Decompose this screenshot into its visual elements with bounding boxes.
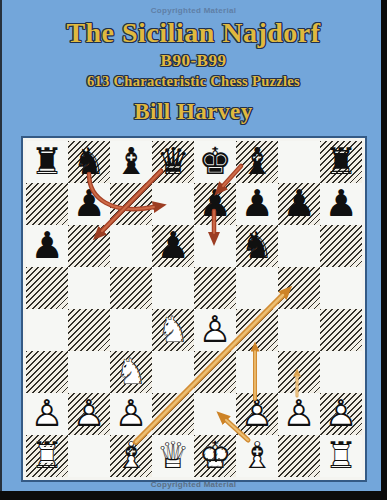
white-pawn: ♟♙ [236, 393, 278, 435]
watermark-top: Copyrighted Material [0, 6, 387, 15]
white-pawn: ♟♙ [194, 309, 236, 351]
black-pawn: ♟ [68, 183, 110, 225]
square-d2 [152, 393, 194, 435]
square-d3 [152, 351, 194, 393]
square-f3 [236, 351, 278, 393]
white-queen: ♛♕ [152, 435, 194, 477]
black-pawn: ♟ [320, 183, 362, 225]
square-h1: ♜♖ [320, 435, 362, 477]
square-g5 [278, 267, 320, 309]
square-e8: ♚ [194, 141, 236, 183]
square-f6: ♞ [236, 225, 278, 267]
black-bishop: ♝ [236, 141, 278, 183]
eco-range: B90-B99 [0, 51, 387, 71]
white-rook: ♜♖ [320, 435, 362, 477]
square-f5 [236, 267, 278, 309]
square-b6 [68, 225, 110, 267]
square-e5 [194, 267, 236, 309]
square-b5 [68, 267, 110, 309]
square-g1 [278, 435, 320, 477]
square-h4 [320, 309, 362, 351]
square-e4: ♟♙ [194, 309, 236, 351]
square-b2: ♟♙ [68, 393, 110, 435]
square-d6: ♟ [152, 225, 194, 267]
square-a3 [26, 351, 68, 393]
board-grid: ♜♞♝♛♚♝♜♟♟♟♟♟♟♟♞♞♘♟♙♞♘♟♙♟♙♟♙♟♙♟♙♟♙♜♖♝♗♛♕♚… [26, 141, 362, 477]
square-b8: ♞ [68, 141, 110, 183]
black-rook: ♜ [26, 141, 68, 183]
tagline: 613 Characteristic Chess Puzzles [0, 73, 387, 90]
white-bishop: ♝♗ [236, 435, 278, 477]
square-f8: ♝ [236, 141, 278, 183]
white-bishop: ♝♗ [110, 435, 152, 477]
square-c4 [110, 309, 152, 351]
white-king: ♚♔ [194, 435, 236, 477]
black-pawn: ♟ [236, 183, 278, 225]
square-d1: ♛♕ [152, 435, 194, 477]
square-g6 [278, 225, 320, 267]
square-g7: ♟ [278, 183, 320, 225]
white-pawn: ♟♙ [68, 393, 110, 435]
square-e3 [194, 351, 236, 393]
black-queen: ♛ [152, 141, 194, 183]
black-pawn: ♟ [278, 183, 320, 225]
white-pawn: ♟♙ [110, 393, 152, 435]
square-h6 [320, 225, 362, 267]
book-cover: Copyrighted Material The Sicilian Najdor… [0, 0, 387, 500]
square-f4 [236, 309, 278, 351]
black-pawn: ♟ [194, 183, 236, 225]
square-e6 [194, 225, 236, 267]
black-king: ♚ [194, 141, 236, 183]
square-a1: ♜♖ [26, 435, 68, 477]
square-f1: ♝♗ [236, 435, 278, 477]
black-pawn: ♟ [26, 225, 68, 267]
white-pawn: ♟♙ [26, 393, 68, 435]
square-d8: ♛ [152, 141, 194, 183]
square-b7: ♟ [68, 183, 110, 225]
black-bishop: ♝ [110, 141, 152, 183]
square-g4 [278, 309, 320, 351]
square-h3 [320, 351, 362, 393]
photo-edge-bottom [0, 491, 387, 500]
square-c8: ♝ [110, 141, 152, 183]
square-c5 [110, 267, 152, 309]
square-g3 [278, 351, 320, 393]
square-a5 [26, 267, 68, 309]
chess-board: ♜♞♝♛♚♝♜♟♟♟♟♟♟♟♞♞♘♟♙♞♘♟♙♟♙♟♙♟♙♟♙♟♙♜♖♝♗♛♕♚… [21, 136, 367, 482]
black-knight: ♞ [68, 141, 110, 183]
square-b3 [68, 351, 110, 393]
white-knight: ♞♘ [110, 351, 152, 393]
square-f7: ♟ [236, 183, 278, 225]
square-a2: ♟♙ [26, 393, 68, 435]
square-g2: ♟♙ [278, 393, 320, 435]
white-rook: ♜♖ [26, 435, 68, 477]
square-c7 [110, 183, 152, 225]
square-a8: ♜ [26, 141, 68, 183]
photo-edge-right [381, 0, 387, 500]
square-c3: ♞♘ [110, 351, 152, 393]
square-c1: ♝♗ [110, 435, 152, 477]
white-knight: ♞♘ [152, 309, 194, 351]
square-h5 [320, 267, 362, 309]
author-name: Bill Harvey [0, 99, 387, 125]
square-g8 [278, 141, 320, 183]
square-h7: ♟ [320, 183, 362, 225]
square-f2: ♟♙ [236, 393, 278, 435]
square-h8: ♜ [320, 141, 362, 183]
white-pawn: ♟♙ [278, 393, 320, 435]
square-b4 [68, 309, 110, 351]
square-c6 [110, 225, 152, 267]
square-c2: ♟♙ [110, 393, 152, 435]
square-e1: ♚♔ [194, 435, 236, 477]
watermark-bottom: Copyrighted Material [0, 480, 387, 489]
square-h2: ♟♙ [320, 393, 362, 435]
square-e2 [194, 393, 236, 435]
photo-edge-left [0, 0, 2, 500]
square-d7 [152, 183, 194, 225]
white-pawn: ♟♙ [320, 393, 362, 435]
square-a4 [26, 309, 68, 351]
black-pawn: ♟ [152, 225, 194, 267]
square-a7 [26, 183, 68, 225]
book-title: The Sicilian Najdorf [0, 17, 387, 49]
black-knight: ♞ [236, 225, 278, 267]
square-d4: ♞♘ [152, 309, 194, 351]
black-rook: ♜ [320, 141, 362, 183]
square-d5 [152, 267, 194, 309]
square-a6: ♟ [26, 225, 68, 267]
square-e7: ♟ [194, 183, 236, 225]
square-b1 [68, 435, 110, 477]
